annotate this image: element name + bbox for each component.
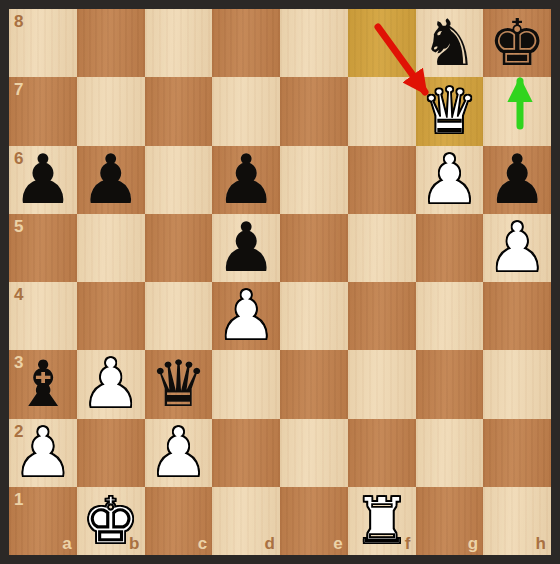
square-g5[interactable] [416,214,484,282]
square-d7[interactable] [212,77,280,145]
square-d2[interactable] [212,419,280,487]
white-pawn-c2[interactable]: ♟ [148,419,209,487]
square-c6[interactable] [145,146,213,214]
chess-board[interactable]: 8♞♚7♛6♟♟♟♟♟5♟♟4♟3♝♟♛2♟♟1ab♚cdef♜gh [9,9,551,555]
square-e6[interactable] [280,146,348,214]
square-b5[interactable] [77,214,145,282]
white-pawn-b3[interactable]: ♟ [80,350,141,418]
square-h3[interactable] [483,350,551,418]
square-f2[interactable] [348,419,416,487]
rank-label-5: 5 [14,218,23,235]
square-a7[interactable]: 7 [9,77,77,145]
square-g4[interactable] [416,282,484,350]
black-pawn-b6[interactable]: ♟ [80,146,141,214]
square-c4[interactable] [145,282,213,350]
white-pawn-h5[interactable]: ♟ [487,214,548,282]
black-pawn-d6[interactable]: ♟ [216,146,277,214]
white-pawn-a2[interactable]: ♟ [12,419,73,487]
square-g3[interactable] [416,350,484,418]
square-g8[interactable]: ♞ [416,9,484,77]
square-c2[interactable]: ♟ [145,419,213,487]
file-label-g: g [468,535,478,552]
chessboard-app: 8♞♚7♛6♟♟♟♟♟5♟♟4♟3♝♟♛2♟♟1ab♚cdef♜gh [0,0,560,564]
square-c7[interactable] [145,77,213,145]
black-queen-c3[interactable]: ♛ [150,350,207,418]
square-f7[interactable] [348,77,416,145]
square-h2[interactable] [483,419,551,487]
square-d1[interactable]: d [212,487,280,555]
square-a8[interactable]: 8 [9,9,77,77]
square-e1[interactable]: e [280,487,348,555]
square-e2[interactable] [280,419,348,487]
rank-label-8: 8 [14,13,23,30]
square-b2[interactable] [77,419,145,487]
square-c3[interactable]: ♛ [145,350,213,418]
white-queen-g7[interactable]: ♛ [421,77,478,145]
file-label-d: d [265,535,275,552]
square-h6[interactable]: ♟ [483,146,551,214]
square-f1[interactable]: f♜ [348,487,416,555]
square-f6[interactable] [348,146,416,214]
white-rook-f1[interactable]: ♜ [353,487,410,555]
black-knight-g8[interactable]: ♞ [421,9,478,77]
square-b7[interactable] [77,77,145,145]
square-b6[interactable]: ♟ [77,146,145,214]
square-a1[interactable]: 1a [9,487,77,555]
square-a2[interactable]: 2♟ [9,419,77,487]
square-b3[interactable]: ♟ [77,350,145,418]
square-b8[interactable] [77,9,145,77]
square-d5[interactable]: ♟ [212,214,280,282]
black-pawn-d5[interactable]: ♟ [216,214,277,282]
square-f8[interactable] [348,9,416,77]
square-e7[interactable] [280,77,348,145]
square-g1[interactable]: g [416,487,484,555]
file-label-a: a [62,535,71,552]
square-c5[interactable] [145,214,213,282]
black-king-h8[interactable]: ♚ [488,9,545,77]
square-f3[interactable] [348,350,416,418]
square-f5[interactable] [348,214,416,282]
square-a5[interactable]: 5 [9,214,77,282]
white-pawn-d4[interactable]: ♟ [216,282,277,350]
square-b4[interactable] [77,282,145,350]
square-c1[interactable]: c [145,487,213,555]
black-pawn-h6[interactable]: ♟ [487,146,548,214]
white-king-b1[interactable]: ♚ [82,487,139,555]
square-h5[interactable]: ♟ [483,214,551,282]
rank-label-7: 7 [14,81,23,98]
square-f4[interactable] [348,282,416,350]
square-a4[interactable]: 4 [9,282,77,350]
square-e4[interactable] [280,282,348,350]
square-c8[interactable] [145,9,213,77]
square-d8[interactable] [212,9,280,77]
square-h8[interactable]: ♚ [483,9,551,77]
black-bishop-a3[interactable]: ♝ [14,350,71,418]
square-b1[interactable]: b♚ [77,487,145,555]
white-pawn-g6[interactable]: ♟ [419,146,480,214]
black-pawn-a6[interactable]: ♟ [12,146,73,214]
file-label-e: e [333,535,342,552]
square-h4[interactable] [483,282,551,350]
file-label-c: c [198,535,207,552]
square-d6[interactable]: ♟ [212,146,280,214]
square-h1[interactable]: h [483,487,551,555]
rank-label-1: 1 [14,491,23,508]
square-a6[interactable]: 6♟ [9,146,77,214]
square-g6[interactable]: ♟ [416,146,484,214]
square-a3[interactable]: 3♝ [9,350,77,418]
square-d4[interactable]: ♟ [212,282,280,350]
square-e3[interactable] [280,350,348,418]
file-label-h: h [536,535,546,552]
square-e8[interactable] [280,9,348,77]
square-d3[interactable] [212,350,280,418]
rank-label-4: 4 [14,286,23,303]
square-g2[interactable] [416,419,484,487]
square-g7[interactable]: ♛ [416,77,484,145]
square-h7[interactable] [483,77,551,145]
square-e5[interactable] [280,214,348,282]
